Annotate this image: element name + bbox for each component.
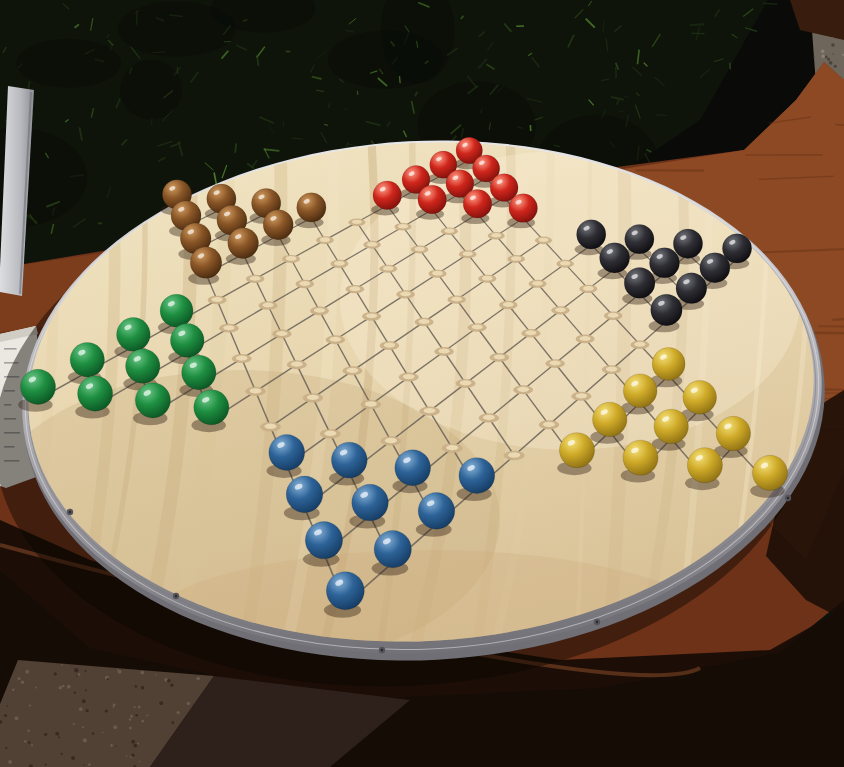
hole-center — [398, 224, 408, 228]
hole-r7-c4[interactable] — [396, 290, 415, 298]
hole-center — [250, 276, 261, 281]
marble-sphere — [182, 355, 216, 389]
hole-r8-c0[interactable] — [208, 296, 227, 305]
hole-r8-c6[interactable] — [521, 329, 540, 338]
hole-center — [482, 276, 492, 281]
hole-r11-c7[interactable] — [479, 413, 500, 422]
rim-screw-slot — [175, 595, 177, 597]
marble-sphere — [135, 383, 170, 418]
hole-center — [330, 337, 341, 342]
hole-center — [307, 395, 319, 400]
hole-center — [236, 355, 248, 360]
hole-r6-c5[interactable] — [429, 270, 447, 278]
hole-r7-c2[interactable] — [296, 280, 315, 288]
marble-sphere — [673, 229, 702, 258]
marble-sphere — [687, 448, 722, 483]
hole-r8-c8[interactable] — [630, 340, 649, 349]
hole-r9-c7[interactable] — [545, 359, 565, 368]
hole-r7-c1[interactable] — [246, 275, 265, 283]
hole-r9-c6[interactable] — [490, 353, 510, 362]
hole-r6-c6[interactable] — [478, 275, 496, 283]
hole-center — [352, 220, 362, 224]
hole-center — [608, 313, 619, 318]
hole-center — [576, 393, 588, 398]
hole-r7-c8[interactable] — [604, 312, 623, 320]
hole-r7-c7[interactable] — [551, 306, 570, 314]
marble-sphere — [395, 450, 431, 486]
hole-r11-c5[interactable] — [361, 400, 382, 409]
hole-center — [580, 336, 591, 341]
hole-r10-c8[interactable] — [571, 392, 591, 401]
hole-r8-c4[interactable] — [415, 318, 434, 327]
hole-r12-c6[interactable] — [380, 436, 401, 445]
hole-center — [511, 256, 521, 261]
hole-center — [494, 354, 505, 359]
marble-sphere — [352, 484, 389, 521]
hole-center — [367, 242, 377, 247]
hole-center — [446, 445, 458, 450]
marble-sphere — [373, 181, 402, 210]
hole-r8-c7[interactable] — [576, 335, 595, 344]
hole-center — [549, 360, 560, 365]
hole-center — [583, 286, 593, 291]
marble-sphere — [624, 268, 655, 299]
marble-sphere — [374, 531, 411, 568]
hole-r11-c8[interactable] — [539, 420, 560, 429]
hole-r9-c3[interactable] — [326, 335, 346, 344]
hole-center — [314, 308, 325, 313]
hole-r5-c6[interactable] — [459, 250, 477, 258]
hole-r4-c7[interactable] — [488, 232, 505, 240]
photo-scene — [0, 0, 844, 767]
marble-sphere — [623, 440, 658, 475]
hole-center — [451, 297, 462, 302]
rim-screw-slot — [787, 497, 789, 499]
marble-sphere — [577, 220, 606, 249]
hole-center — [463, 251, 473, 256]
hole-center — [543, 422, 555, 427]
hole-r4-c4[interactable] — [348, 219, 365, 227]
hole-center — [365, 401, 377, 406]
rim-screw-slot — [381, 649, 383, 651]
hole-r5-c4[interactable] — [363, 241, 381, 249]
hole-center — [324, 431, 336, 436]
hole-r8-c2[interactable] — [310, 307, 329, 316]
marble-sphere — [331, 442, 367, 478]
marble-sphere — [716, 416, 750, 450]
marble-sphere — [286, 476, 323, 513]
hole-center — [400, 291, 411, 296]
hole-center — [385, 438, 397, 443]
hole-r6-c8[interactable] — [579, 285, 597, 293]
marble-sphere — [559, 433, 594, 468]
marble-sphere — [326, 572, 364, 610]
marble-sphere — [651, 294, 682, 325]
marble-sphere — [194, 390, 229, 425]
hole-center — [606, 367, 617, 372]
hole-r10-c5[interactable] — [399, 373, 419, 382]
hole-center — [384, 343, 395, 348]
marble-sphere — [160, 294, 193, 327]
marble-sphere — [228, 228, 259, 259]
hole-r12-c4[interactable] — [260, 422, 281, 431]
marble-sphere — [269, 435, 305, 471]
marble-sphere — [117, 318, 151, 352]
hole-center — [264, 424, 276, 429]
hole-center — [263, 302, 274, 307]
hole-center — [560, 261, 570, 266]
hole-r10-c2[interactable] — [232, 354, 252, 363]
hole-center — [366, 313, 377, 318]
hole-center — [415, 247, 425, 252]
hole-center — [539, 238, 549, 242]
marble-sphere — [459, 458, 495, 494]
hole-r8-c5[interactable] — [468, 323, 487, 332]
hole-r4-c8[interactable] — [535, 237, 552, 245]
hole-center — [276, 331, 287, 336]
hole-center — [483, 415, 495, 420]
marble-sphere — [649, 248, 679, 278]
hole-center — [320, 237, 330, 242]
hole-r8-c3[interactable] — [362, 312, 381, 321]
hole-center — [299, 281, 310, 286]
hole-r5-c5[interactable] — [411, 246, 429, 254]
marble-sphere — [700, 253, 730, 283]
marble-sphere — [683, 380, 717, 414]
marble-sphere — [593, 402, 627, 436]
hole-center — [438, 348, 449, 353]
hole-center — [508, 452, 520, 457]
hole-center — [472, 325, 483, 330]
hole-center — [517, 387, 529, 392]
hole-center — [532, 281, 542, 286]
marble-sphere — [190, 247, 221, 278]
marble-sphere — [297, 193, 326, 222]
rim-screw-slot — [596, 621, 598, 623]
hole-r12-c7[interactable] — [442, 443, 463, 452]
hole-center — [250, 388, 262, 393]
marble-sphere — [463, 189, 492, 218]
rim-screw-slot — [69, 511, 71, 513]
marble-sphere — [509, 194, 538, 223]
marble-sphere — [625, 224, 654, 253]
marble-sphere — [20, 369, 55, 404]
hole-r6-c3[interactable] — [330, 260, 348, 268]
hole-center — [491, 233, 501, 237]
marble-sphere — [600, 243, 630, 273]
hole-r10-c6[interactable] — [456, 379, 476, 388]
marble-sphere — [418, 493, 455, 530]
hole-center — [555, 307, 566, 312]
hole-r6-c2[interactable] — [282, 255, 300, 263]
marble-sphere — [623, 374, 657, 408]
hole-r5-c7[interactable] — [507, 255, 525, 263]
hole-center — [350, 286, 361, 291]
hole-r12-c8[interactable] — [504, 451, 525, 460]
hole-r11-c3[interactable] — [245, 387, 265, 396]
hole-r9-c4[interactable] — [380, 341, 400, 350]
hole-center — [403, 374, 415, 379]
hole-r5-c8[interactable] — [556, 260, 574, 268]
hole-r12-c5[interactable] — [320, 429, 341, 438]
hole-r4-c6[interactable] — [441, 227, 458, 235]
marble-sphere — [418, 185, 447, 214]
hole-center — [432, 271, 442, 276]
hole-r10-c7[interactable] — [513, 385, 533, 394]
marble-sphere — [170, 324, 204, 358]
hole-r7-c5[interactable] — [447, 295, 466, 303]
hole-center — [424, 408, 436, 413]
hole-center — [212, 297, 223, 302]
hole-center — [334, 261, 344, 266]
hole-center — [503, 302, 514, 307]
hole-center — [223, 325, 234, 330]
hole-r9-c2[interactable] — [272, 330, 292, 339]
marble-sphere — [70, 343, 104, 377]
hole-r5-c3[interactable] — [316, 236, 334, 244]
hole-center — [291, 362, 303, 367]
hole-center — [634, 342, 645, 347]
marble-sphere — [305, 522, 342, 559]
marble-sphere — [676, 273, 707, 304]
hole-center — [525, 330, 536, 335]
hole-r10-c4[interactable] — [342, 366, 362, 375]
marble-sphere — [752, 455, 787, 490]
hole-r6-c4[interactable] — [379, 265, 397, 273]
marble-sphere — [654, 409, 688, 443]
hole-center — [347, 368, 359, 373]
hole-center — [419, 319, 430, 324]
scene-canvas — [0, 0, 844, 767]
marble-sphere — [263, 210, 293, 240]
hole-center — [383, 266, 393, 271]
hole-r11-c6[interactable] — [419, 407, 440, 416]
hole-r9-c1[interactable] — [219, 324, 239, 333]
hole-center — [286, 256, 296, 261]
hole-r7-c6[interactable] — [499, 301, 517, 309]
hole-r9-c5[interactable] — [434, 347, 454, 356]
hole-r6-c7[interactable] — [529, 280, 547, 288]
hole-center — [444, 229, 454, 233]
marble-sphere — [78, 376, 113, 411]
marble-sphere — [126, 349, 160, 383]
hole-r9-c8[interactable] — [602, 365, 622, 374]
hole-center — [460, 380, 472, 385]
hole-r8-c1[interactable] — [259, 301, 278, 310]
hole-r4-c5[interactable] — [394, 223, 411, 231]
hole-r7-c3[interactable] — [346, 285, 365, 293]
hole-r10-c3[interactable] — [287, 360, 307, 369]
hole-r11-c4[interactable] — [303, 393, 324, 402]
marble-sphere — [652, 347, 685, 380]
